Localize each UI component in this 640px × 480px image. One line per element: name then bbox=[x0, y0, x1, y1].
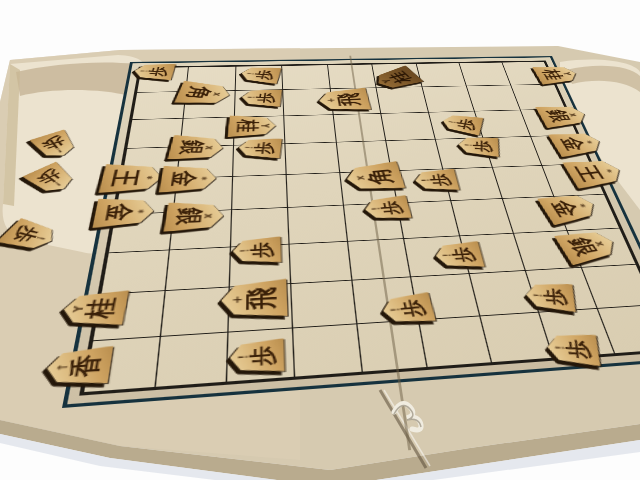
piece-gold[interactable]: *金 bbox=[165, 162, 213, 196]
piece-pawn[interactable]: !歩 bbox=[416, 166, 457, 193]
piece-pawn[interactable]: !歩 bbox=[234, 335, 280, 378]
piece-move-mark: x bbox=[204, 146, 216, 150]
square-2-8[interactable] bbox=[162, 287, 230, 336]
piece-kanji: 歩 bbox=[429, 173, 453, 187]
piece-kanji: 歩 bbox=[253, 142, 276, 154]
piece-kanji: 桂 bbox=[539, 69, 565, 81]
piece-kanji: 桂 bbox=[386, 70, 415, 85]
piece-kanji: 歩 bbox=[399, 298, 428, 318]
piece-move-mark: x bbox=[202, 213, 215, 218]
piece-pawn[interactable]: !歩 bbox=[32, 132, 76, 158]
piece-rook[interactable]: +飛 bbox=[322, 86, 366, 113]
piece-silver[interactable]: x銀 bbox=[169, 198, 219, 235]
piece-move-mark: * bbox=[601, 169, 614, 174]
piece-move-mark: ! bbox=[421, 179, 431, 182]
piece-kanji: 金 bbox=[101, 203, 134, 222]
piece-bishop[interactable]: x角 bbox=[181, 80, 225, 108]
piece-move-mark: * bbox=[583, 140, 594, 144]
square-7-1[interactable] bbox=[416, 63, 467, 87]
piece-pawn[interactable]: !歩 bbox=[385, 290, 432, 328]
piece-move-mark: ! bbox=[247, 72, 256, 74]
square-5-3[interactable] bbox=[333, 114, 386, 143]
piece-kanji: 歩 bbox=[147, 66, 170, 76]
piece-knight[interactable]: Y桂 bbox=[64, 287, 123, 332]
piece-pawn[interactable]: !歩 bbox=[245, 87, 278, 109]
piece-move-mark: ! bbox=[53, 181, 62, 187]
piece-move-mark: ! bbox=[248, 96, 257, 98]
piece-move-mark: ! bbox=[245, 146, 255, 149]
piece-move-mark: * bbox=[132, 209, 145, 213]
piece-kanji: 歩 bbox=[7, 224, 43, 244]
piece-kanji: 歩 bbox=[450, 247, 477, 264]
piece-move-mark: ! bbox=[140, 70, 149, 72]
piece-gold[interactable]: *金 bbox=[96, 194, 150, 231]
piece-move-mark: ! bbox=[237, 354, 249, 359]
piece-silver[interactable]: x銀 bbox=[174, 133, 220, 164]
piece-move-mark: ! bbox=[55, 147, 63, 153]
shogi-photo-scene: !歩!歩!歩!歩x角!歩!歩Y桂!歩x銀+飛Y桂!歩!歩*王*金*金x銀x角!歩… bbox=[0, 0, 640, 480]
piece-kanji: 歩 bbox=[250, 242, 275, 259]
piece-pawn[interactable]: !歩 bbox=[436, 239, 482, 272]
square-2-7[interactable] bbox=[166, 247, 231, 291]
piece-kanji: 歩 bbox=[455, 117, 477, 130]
square-6-2[interactable] bbox=[377, 87, 429, 113]
piece-kanji: 金 bbox=[548, 199, 583, 219]
piece-pawn[interactable]: !歩 bbox=[27, 165, 74, 194]
piece-kanji: 飛 bbox=[335, 92, 363, 106]
piece-kanji: 歩 bbox=[255, 92, 276, 103]
square-5-7[interactable] bbox=[348, 239, 412, 281]
piece-move-mark: Y bbox=[561, 72, 571, 76]
piece-kanji: 桂 bbox=[83, 297, 119, 319]
piece-rook[interactable]: +飛 bbox=[227, 275, 283, 323]
piece-kanji: 歩 bbox=[38, 134, 68, 151]
piece-kanji: 銀 bbox=[172, 207, 203, 225]
piece-knight[interactable]: Y桂 bbox=[378, 67, 417, 90]
piece-move-mark: + bbox=[326, 97, 338, 102]
piece-move-mark: ! bbox=[240, 249, 251, 253]
piece-kanji: 角 bbox=[364, 167, 396, 186]
piece-pawn[interactable]: !歩 bbox=[237, 234, 278, 268]
square-7-2[interactable] bbox=[422, 86, 475, 112]
piece-kanji: 飛 bbox=[245, 286, 279, 310]
piece-move-mark: * bbox=[140, 176, 154, 180]
piece-kanji: 歩 bbox=[249, 345, 277, 367]
piece-move-mark: ! bbox=[554, 346, 565, 350]
piece-pawn[interactable]: !歩 bbox=[443, 112, 481, 135]
square-4-7[interactable] bbox=[290, 241, 352, 284]
piece-bishop[interactable]: x角 bbox=[350, 160, 400, 195]
shogi-board: !歩!歩!歩!歩x角!歩!歩Y桂!歩x銀+飛Y桂!歩!歩*王*金*金x銀x角!歩… bbox=[62, 56, 640, 408]
piece-kanji: 銀 bbox=[176, 140, 206, 155]
piece-pawn[interactable]: !歩 bbox=[242, 135, 278, 160]
piece-pawn[interactable]: !歩 bbox=[245, 65, 277, 85]
piece-kanji: 角 bbox=[183, 86, 214, 101]
piece-move-mark: ! bbox=[464, 143, 473, 146]
piece-kanji: 金 bbox=[168, 171, 198, 187]
square-3-5[interactable] bbox=[232, 175, 288, 211]
piece-king[interactable]: *王 bbox=[104, 160, 159, 197]
piece-move-mark: Y bbox=[259, 123, 269, 127]
piece-move-mark: ! bbox=[448, 120, 457, 123]
piece-move-mark: Y bbox=[71, 306, 86, 313]
piece-move-mark: x bbox=[594, 240, 608, 247]
piece-kanji: 桂 bbox=[234, 119, 259, 132]
piece-pawn[interactable]: !歩 bbox=[137, 61, 173, 81]
piece-move-mark: ↑ bbox=[56, 362, 71, 371]
square-4-4[interactable] bbox=[286, 143, 340, 175]
piece-move-mark: * bbox=[197, 177, 209, 181]
piece-lance[interactable]: ↑香 bbox=[48, 342, 109, 391]
piece-kanji: 歩 bbox=[380, 200, 406, 215]
square-4-9[interactable] bbox=[294, 324, 363, 377]
piece-kanji: 歩 bbox=[564, 339, 592, 360]
piece-move-mark: ! bbox=[35, 235, 47, 240]
piece-kanji: 歩 bbox=[473, 140, 493, 153]
piece-move-mark: * bbox=[576, 203, 589, 208]
square-4-5[interactable] bbox=[287, 173, 344, 208]
piece-move-mark: ! bbox=[533, 294, 544, 298]
piece-move-mark: + bbox=[231, 295, 245, 304]
piece-move-mark: x bbox=[568, 113, 579, 117]
square-6-3[interactable] bbox=[381, 112, 435, 141]
piece-kanji: 香 bbox=[68, 353, 104, 378]
piece-move-mark: Y bbox=[382, 78, 393, 83]
piece-kanji: 歩 bbox=[254, 69, 276, 80]
square-4-3[interactable] bbox=[285, 115, 337, 144]
square-4-8[interactable] bbox=[292, 281, 357, 328]
square-2-9[interactable] bbox=[156, 332, 228, 387]
piece-kanji: 歩 bbox=[543, 287, 569, 305]
square-4-6[interactable] bbox=[288, 206, 347, 245]
piece-kanji: 王 bbox=[108, 169, 142, 187]
piece-pawn[interactable]: !歩 bbox=[367, 193, 408, 223]
piece-pawn[interactable]: !歩 bbox=[4, 219, 55, 252]
